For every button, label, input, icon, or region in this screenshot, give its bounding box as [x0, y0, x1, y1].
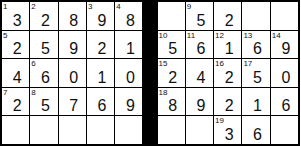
cell-digit: 4 [2, 69, 29, 86]
right-grid-cell-r2c1[interactable]: 105 [158, 31, 185, 59]
left-grid-cell-r3c2[interactable]: 66 [30, 59, 57, 87]
cell-digit: 4 [186, 69, 213, 86]
clue-number: 5 [3, 31, 7, 40]
grid-separator-bar [145, 0, 156, 146]
right-grid-cell-r5c4[interactable]: 6 [242, 116, 269, 144]
cell-digit: 1 [87, 69, 114, 86]
clue-number: 16 [215, 59, 224, 68]
cell-digit: 8 [158, 97, 185, 114]
clue-number: 11 [187, 31, 195, 40]
right-grid-cell-r3c4[interactable]: 175 [242, 59, 269, 87]
clue-number: 14 [272, 31, 281, 40]
clue-number: 7 [3, 88, 7, 97]
right-grid-cell-r4c2[interactable]: 9 [186, 88, 213, 116]
cell-digit: 5 [186, 12, 213, 29]
left-grid-cell-r1c1[interactable]: 13 [2, 2, 29, 30]
left-grid-cell-r1c3[interactable]: 8 [59, 2, 86, 30]
cell-digit: 8 [59, 12, 86, 29]
left-grid-cell-r2c3[interactable]: 9 [59, 31, 86, 59]
clue-number: 15 [159, 59, 168, 68]
left-grid-cell-r3c3[interactable]: 0 [59, 59, 86, 87]
left-grid-cell-r2c4[interactable]: 2 [87, 31, 114, 59]
right-grid-cell-r5c2[interactable] [186, 116, 213, 144]
right-grid-cell-r2c3[interactable]: 121 [214, 31, 241, 59]
cell-digit: 3 [2, 12, 29, 29]
left-grid-cell-r2c2[interactable]: 5 [30, 31, 57, 59]
right-grid-cell-r1c2[interactable]: 95 [186, 2, 213, 30]
cell-digit: 2 [30, 12, 57, 29]
clue-number: 13 [243, 31, 252, 40]
cell-digit: 7 [59, 97, 86, 114]
cell-digit: 2 [2, 40, 29, 57]
cell-digit: 0 [271, 69, 298, 86]
cell-digit: 0 [59, 69, 86, 86]
cell-digit: 2 [214, 97, 241, 114]
left-grid-cell-r3c5[interactable]: 0 [115, 59, 142, 87]
cell-digit: 5 [158, 40, 185, 57]
clue-number: 18 [159, 88, 168, 97]
clue-number: 9 [187, 2, 191, 11]
right-grid-cell-r1c3[interactable]: 2 [214, 2, 241, 30]
clue-number: 12 [215, 31, 224, 40]
clue-number: 19 [215, 116, 224, 125]
right-grid-cell-r4c1[interactable]: 188 [158, 88, 185, 116]
clue-number: 6 [31, 59, 35, 68]
right-grid-cell-r3c2[interactable]: 4 [186, 59, 213, 87]
right-grid-cell-r4c4[interactable]: 1 [242, 88, 269, 116]
left-grid-cell-r5c2[interactable] [30, 116, 57, 144]
left-grid-cell-r2c5[interactable]: 1 [115, 31, 142, 59]
cell-digit: 2 [214, 12, 241, 29]
cell-digit: 9 [271, 40, 298, 57]
clue-number: 4 [116, 2, 120, 11]
right-grid-cell-r1c5[interactable] [271, 2, 298, 30]
right-grid-cell-r5c5[interactable] [271, 116, 298, 144]
cell-digit: 8 [115, 12, 142, 29]
cell-digit: 2 [214, 69, 241, 86]
cell-digit: 1 [115, 40, 142, 57]
cell-digit: 9 [186, 97, 213, 114]
right-grid-cell-r2c2[interactable]: 116 [186, 31, 213, 59]
left-grid-cell-r2c1[interactable]: 52 [2, 31, 29, 59]
left-grid-cell-r1c2[interactable]: 22 [30, 2, 57, 30]
left-grid-cell-r4c5[interactable]: 9 [115, 88, 142, 116]
left-grid-cell-r3c1[interactable]: 4 [2, 59, 29, 87]
left-grid-cell-r4c3[interactable]: 7 [59, 88, 86, 116]
left-grid-cell-r1c4[interactable]: 39 [87, 2, 114, 30]
left-grid-cell-r5c4[interactable] [87, 116, 114, 144]
cell-digit: 0 [115, 69, 142, 86]
left-grid-cell-r4c1[interactable]: 72 [2, 88, 29, 116]
cell-digit: 5 [30, 97, 57, 114]
cell-digit: 9 [115, 97, 142, 114]
cell-digit: 2 [87, 40, 114, 57]
left-grid-cell-r4c2[interactable]: 85 [30, 88, 57, 116]
cell-digit: 5 [242, 69, 269, 86]
right-grid-cell-r5c1[interactable] [158, 116, 185, 144]
cell-digit: 6 [30, 69, 57, 86]
clue-number: 3 [88, 2, 92, 11]
cell-digit: 6 [186, 40, 213, 57]
left-grid-cell-r3c4[interactable]: 1 [87, 59, 114, 87]
right-grid-cell-r5c3[interactable]: 193 [214, 116, 241, 144]
left-grid-cell-r5c3[interactable] [59, 116, 86, 144]
cross-number-puzzle-board: 1322839485259214660107285769 95210511612… [0, 0, 300, 146]
left-grid-cell-r1c5[interactable]: 48 [115, 2, 142, 30]
left-grid-cell-r5c1[interactable] [2, 116, 29, 144]
clue-number: 1 [3, 2, 7, 11]
cell-digit: 2 [2, 97, 29, 114]
left-grid-cell-r4c4[interactable]: 6 [87, 88, 114, 116]
left-grid-cell-r5c5[interactable] [115, 116, 142, 144]
right-grid-cell-r3c1[interactable]: 152 [158, 59, 185, 87]
clue-number: 8 [31, 88, 35, 97]
right-grid-cell-r1c1[interactable] [158, 2, 185, 30]
cell-digit: 1 [214, 40, 241, 57]
right-grid-cell-r4c5[interactable]: 6 [271, 88, 298, 116]
cell-digit: 5 [30, 40, 57, 57]
cell-digit: 6 [242, 126, 269, 143]
cell-digit: 9 [87, 12, 114, 29]
right-grid-cell-r2c5[interactable]: 149 [271, 31, 298, 59]
clue-number: 10 [159, 31, 168, 40]
right-grid-cell-r3c5[interactable]: 0 [271, 59, 298, 87]
right-grid-cell-r4c3[interactable]: 2 [214, 88, 241, 116]
cell-digit: 1 [242, 97, 269, 114]
right-grid: 9521051161211361491524162175018892161936 [156, 0, 301, 146]
right-grid-cell-r2c4[interactable]: 136 [242, 31, 269, 59]
cell-digit: 6 [242, 40, 269, 57]
right-grid-cell-r3c3[interactable]: 162 [214, 59, 241, 87]
cell-digit: 3 [214, 126, 241, 143]
cell-digit: 6 [87, 97, 114, 114]
cell-digit: 9 [59, 40, 86, 57]
right-grid-cell-r1c4[interactable] [242, 2, 269, 30]
left-grid: 1322839485259214660107285769 [0, 0, 145, 146]
clue-number: 2 [31, 2, 35, 11]
cell-digit: 2 [158, 69, 185, 86]
cell-digit: 6 [271, 97, 298, 114]
clue-number: 17 [243, 59, 252, 68]
